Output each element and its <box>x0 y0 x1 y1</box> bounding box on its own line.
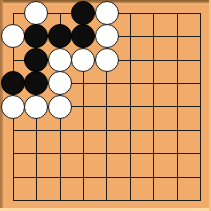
black-stone[interactable] <box>71 1 95 25</box>
board-frame-bottom-bevel <box>0 208 211 211</box>
black-stone[interactable] <box>48 24 72 48</box>
board-frame-right-bevel <box>209 0 211 211</box>
white-stone[interactable] <box>24 95 48 119</box>
go-board[interactable] <box>0 0 211 211</box>
white-stone[interactable] <box>48 95 72 119</box>
white-stone[interactable] <box>48 71 72 95</box>
white-stone[interactable] <box>71 48 95 72</box>
white-stone[interactable] <box>1 95 25 119</box>
white-stone[interactable] <box>95 48 119 72</box>
white-stone[interactable] <box>48 48 72 72</box>
black-stone[interactable] <box>1 71 25 95</box>
black-stone[interactable] <box>24 48 48 72</box>
white-stone[interactable] <box>95 24 119 48</box>
white-stone[interactable] <box>95 1 119 25</box>
